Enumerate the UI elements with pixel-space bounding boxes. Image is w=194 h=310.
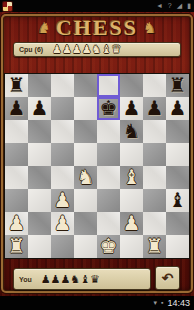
chess-app-icon xyxy=(3,2,12,11)
square-g1[interactable]: ♜ xyxy=(143,235,166,258)
square-c4[interactable] xyxy=(51,166,74,189)
square-b8[interactable] xyxy=(28,74,51,97)
square-c1[interactable] xyxy=(51,235,74,258)
square-d6[interactable] xyxy=(74,120,97,143)
piece-wR-a1: ♜ xyxy=(8,236,26,256)
square-e2[interactable] xyxy=(97,212,120,235)
square-d5[interactable] xyxy=(74,143,97,166)
square-h4[interactable] xyxy=(166,166,189,189)
square-c3[interactable]: ♟ xyxy=(51,189,74,212)
square-a4[interactable] xyxy=(5,166,28,189)
square-e1[interactable]: ♚ xyxy=(97,235,120,258)
cpu-player-bar: Cpu (6) ♟♟♟♟♞♝♛ xyxy=(13,42,181,57)
you-player-bar: You ♟♟♟♞♝♛ xyxy=(13,268,151,290)
square-d2[interactable] xyxy=(74,212,97,235)
square-d4[interactable]: ♞ xyxy=(74,166,97,189)
piece-bP-g7: ♟ xyxy=(146,98,164,118)
usb-icon: ▪ xyxy=(161,296,163,310)
piece-bR-a8: ♜ xyxy=(8,75,26,95)
square-g6[interactable] xyxy=(143,120,166,143)
captured-piece-black-B: ♝ xyxy=(80,274,90,285)
undo-button[interactable]: ↶ xyxy=(155,266,180,290)
square-f4[interactable]: ♝ xyxy=(120,166,143,189)
nav-clock: 14:43 xyxy=(167,296,190,310)
square-h2[interactable] xyxy=(166,212,189,235)
square-e6[interactable] xyxy=(97,120,120,143)
square-a1[interactable]: ♜ xyxy=(5,235,28,258)
square-c6[interactable] xyxy=(51,120,74,143)
alarm-icon: ? xyxy=(168,0,172,12)
square-h7[interactable]: ♟ xyxy=(166,97,189,120)
square-e7[interactable]: ♚ xyxy=(97,97,120,120)
battery-icon: ▮ xyxy=(187,0,191,12)
square-b4[interactable] xyxy=(28,166,51,189)
app-title: CHESS xyxy=(56,17,138,39)
square-a7[interactable]: ♟ xyxy=(5,97,28,120)
square-h6[interactable] xyxy=(166,120,189,143)
cpu-label: Cpu (6) xyxy=(19,46,43,53)
square-e3[interactable] xyxy=(97,189,120,212)
captured-piece-white-N: ♞ xyxy=(92,44,102,55)
piece-bP-h7: ♟ xyxy=(169,98,187,118)
piece-bN-f6: ♞ xyxy=(123,121,141,141)
captured-piece-black-Q: ♛ xyxy=(90,274,100,285)
square-f5[interactable] xyxy=(120,143,143,166)
square-h3[interactable]: ♝ xyxy=(166,189,189,212)
square-g2[interactable] xyxy=(143,212,166,235)
captured-piece-black-P: ♟ xyxy=(60,274,70,285)
piece-bP-f7: ♟ xyxy=(123,98,141,118)
square-b2[interactable] xyxy=(28,212,51,235)
board: ♜♜♟♟♚♟♟♟♞♞♝♟♝♟♟♟♜♚♜ xyxy=(4,73,190,259)
square-a2[interactable]: ♟ xyxy=(5,212,28,235)
square-e4[interactable] xyxy=(97,166,120,189)
piece-bK-e7: ♚ xyxy=(100,98,118,118)
square-a8[interactable]: ♜ xyxy=(5,74,28,97)
captured-piece-white-Q: ♛ xyxy=(111,44,121,55)
square-f6[interactable]: ♞ xyxy=(120,120,143,143)
piece-bR-h8: ♜ xyxy=(169,75,187,95)
square-a3[interactable] xyxy=(5,189,28,212)
captured-piece-white-B: ♝ xyxy=(101,44,111,55)
square-b5[interactable] xyxy=(28,143,51,166)
square-d8[interactable] xyxy=(74,74,97,97)
square-c8[interactable] xyxy=(51,74,74,97)
knight-icon: ♞ xyxy=(143,21,156,36)
undo-icon: ↶ xyxy=(162,271,174,285)
mute-icon: ◄ xyxy=(156,0,163,12)
captured-piece-white-P: ♟ xyxy=(62,44,72,55)
square-d7[interactable] xyxy=(74,97,97,120)
you-captured-pieces: ♟♟♟♞♝♛ xyxy=(41,274,100,285)
square-a6[interactable] xyxy=(5,120,28,143)
square-b6[interactable] xyxy=(28,120,51,143)
piece-wK-e1: ♚ xyxy=(100,236,118,256)
square-g5[interactable] xyxy=(143,143,166,166)
piece-wP-c2: ♟ xyxy=(54,213,72,233)
captured-piece-black-N: ♞ xyxy=(70,274,80,285)
piece-bB-h3: ♝ xyxy=(169,190,187,210)
captured-piece-black-P: ♟ xyxy=(51,274,61,285)
square-f2[interactable]: ♟ xyxy=(120,212,143,235)
captured-piece-white-P: ♟ xyxy=(72,44,82,55)
square-g8[interactable] xyxy=(143,74,166,97)
square-c5[interactable] xyxy=(51,143,74,166)
square-e5[interactable] xyxy=(97,143,120,166)
piece-wB-f4: ♝ xyxy=(123,167,141,187)
piece-wP-f2: ♟ xyxy=(123,213,141,233)
square-b3[interactable] xyxy=(28,189,51,212)
cpu-captured-pieces: ♟♟♟♟♞♝♛ xyxy=(52,44,121,55)
signal-icon: ◢ xyxy=(177,0,182,12)
square-e8[interactable] xyxy=(97,74,120,97)
piece-wP-c3: ♟ xyxy=(54,190,72,210)
square-c7[interactable] xyxy=(51,97,74,120)
square-h5[interactable] xyxy=(166,143,189,166)
piece-wP-a2: ♟ xyxy=(8,213,26,233)
square-h8[interactable]: ♜ xyxy=(166,74,189,97)
piece-wR-g1: ♜ xyxy=(146,236,164,256)
status-icons: ◄ ? ◢ ▮ xyxy=(156,0,191,12)
square-f8[interactable] xyxy=(120,74,143,97)
square-g4[interactable] xyxy=(143,166,166,189)
android-nav-bar: ▾ ▪ 14:43 xyxy=(0,296,194,310)
square-f1[interactable] xyxy=(120,235,143,258)
captured-piece-black-P: ♟ xyxy=(41,274,51,285)
captured-piece-white-P: ♟ xyxy=(52,44,62,55)
android-status-bar: ◄ ? ◢ ▮ xyxy=(0,0,194,12)
square-g3[interactable] xyxy=(143,189,166,212)
title-row: ♞ CHESS ♞ xyxy=(0,15,194,41)
square-d3[interactable] xyxy=(74,189,97,212)
piece-wN-d4: ♞ xyxy=(77,167,95,187)
square-a5[interactable] xyxy=(5,143,28,166)
piece-bP-b7: ♟ xyxy=(31,98,49,118)
square-h1[interactable] xyxy=(166,235,189,258)
square-f7[interactable]: ♟ xyxy=(120,97,143,120)
square-f3[interactable] xyxy=(120,189,143,212)
captured-piece-white-P: ♟ xyxy=(82,44,92,55)
knight-icon: ♞ xyxy=(37,21,50,36)
square-b1[interactable] xyxy=(28,235,51,258)
square-c2[interactable]: ♟ xyxy=(51,212,74,235)
piece-bP-a7: ♟ xyxy=(8,98,26,118)
notification-icon: ▾ xyxy=(153,296,157,310)
square-d1[interactable] xyxy=(74,235,97,258)
screen: ◄ ? ◢ ▮ ♞ CHESS ♞ Cpu (6) ♟♟♟♟♞♝♛ ♜♜♟♟♚♟… xyxy=(0,0,194,310)
you-label: You xyxy=(19,276,32,283)
square-b7[interactable]: ♟ xyxy=(28,97,51,120)
square-g7[interactable]: ♟ xyxy=(143,97,166,120)
